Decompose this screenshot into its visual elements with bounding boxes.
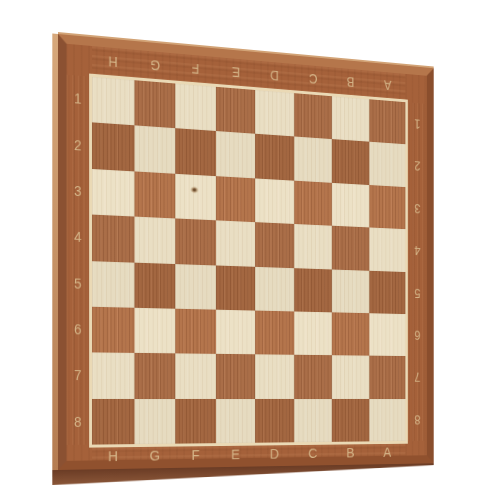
file-label-bottom-d: D bbox=[255, 445, 294, 462]
chess-board: HGFEDCBA HGFEDCBA 12345678 12345678 bbox=[58, 34, 434, 470]
rank-label-left-3: 3 bbox=[67, 167, 90, 214]
rank-label-right-3: 3 bbox=[408, 187, 427, 230]
file-label-top-b: B bbox=[332, 67, 369, 96]
square-h1 bbox=[92, 77, 134, 126]
square-a7 bbox=[369, 356, 405, 399]
square-c2 bbox=[294, 137, 332, 183]
file-label-top-c: C bbox=[294, 64, 332, 93]
square-e5 bbox=[216, 265, 256, 310]
square-f5 bbox=[175, 264, 215, 310]
square-b2 bbox=[332, 139, 369, 184]
file-label-top-a: A bbox=[369, 71, 405, 100]
square-a5 bbox=[369, 270, 405, 314]
square-h2 bbox=[92, 123, 134, 171]
file-label-top-h: H bbox=[92, 46, 134, 77]
wood-knot bbox=[191, 186, 199, 193]
rank-label-left-5: 5 bbox=[67, 260, 90, 307]
square-e7 bbox=[216, 354, 256, 399]
rank-label-right-6: 6 bbox=[408, 314, 427, 357]
file-label-bottom-c: C bbox=[294, 445, 332, 461]
playing-area bbox=[89, 74, 408, 448]
square-a1 bbox=[369, 99, 405, 144]
squares-grid bbox=[92, 77, 405, 445]
rank-label-left-7: 7 bbox=[67, 352, 90, 398]
square-g7 bbox=[134, 353, 175, 398]
square-c8 bbox=[294, 399, 332, 443]
square-f8 bbox=[175, 399, 215, 444]
square-h5 bbox=[92, 261, 134, 308]
file-label-bottom-g: G bbox=[134, 447, 175, 464]
rank-label-right-8: 8 bbox=[408, 399, 427, 441]
square-e4 bbox=[216, 220, 256, 266]
square-d5 bbox=[255, 266, 294, 311]
square-e8 bbox=[216, 399, 256, 444]
square-e2 bbox=[216, 131, 256, 178]
square-d1 bbox=[255, 90, 294, 137]
square-b8 bbox=[332, 399, 369, 442]
square-a6 bbox=[369, 313, 405, 356]
square-h6 bbox=[92, 307, 134, 353]
square-d3 bbox=[255, 178, 294, 224]
square-g1 bbox=[134, 80, 175, 128]
rank-label-right-2: 2 bbox=[408, 145, 427, 188]
square-h3 bbox=[92, 169, 134, 217]
square-g3 bbox=[134, 171, 175, 218]
square-h4 bbox=[92, 215, 134, 262]
file-label-bottom-f: F bbox=[175, 446, 215, 463]
square-c4 bbox=[294, 224, 332, 269]
file-label-top-d: D bbox=[255, 61, 294, 91]
rank-label-left-2: 2 bbox=[67, 121, 90, 169]
file-label-top-e: E bbox=[216, 57, 256, 87]
file-label-top-f: F bbox=[175, 53, 215, 83]
file-label-bottom-b: B bbox=[332, 444, 369, 460]
square-a4 bbox=[369, 228, 405, 272]
square-c7 bbox=[294, 355, 332, 399]
file-label-bottom-a: A bbox=[369, 444, 405, 460]
square-g2 bbox=[134, 126, 175, 174]
rank-label-left-4: 4 bbox=[67, 214, 90, 261]
square-c5 bbox=[294, 268, 332, 313]
square-b6 bbox=[332, 312, 369, 356]
square-g5 bbox=[134, 262, 175, 308]
square-g4 bbox=[134, 217, 175, 264]
rank-label-left-6: 6 bbox=[67, 306, 90, 353]
file-label-top-g: G bbox=[134, 50, 175, 81]
square-f1 bbox=[175, 84, 215, 132]
rank-label-left-8: 8 bbox=[67, 399, 90, 445]
square-c3 bbox=[294, 180, 332, 225]
square-d2 bbox=[255, 134, 294, 180]
rank-labels-right: 12345678 bbox=[408, 102, 427, 441]
square-h8 bbox=[92, 399, 134, 445]
product-photo: HGFEDCBA HGFEDCBA 12345678 12345678 bbox=[0, 0, 500, 500]
square-g6 bbox=[134, 308, 175, 354]
square-b3 bbox=[332, 183, 369, 228]
square-e1 bbox=[216, 87, 256, 134]
square-b7 bbox=[332, 355, 369, 398]
rank-label-left-1: 1 bbox=[67, 75, 90, 123]
square-a2 bbox=[369, 142, 405, 187]
square-b5 bbox=[332, 269, 369, 313]
square-a8 bbox=[369, 399, 405, 442]
square-f4 bbox=[175, 219, 215, 265]
square-b1 bbox=[332, 96, 369, 142]
square-c6 bbox=[294, 311, 332, 355]
square-a3 bbox=[369, 185, 405, 229]
square-c1 bbox=[294, 93, 332, 139]
square-e6 bbox=[216, 310, 256, 355]
file-label-bottom-h: H bbox=[92, 447, 134, 464]
rank-label-right-5: 5 bbox=[408, 272, 427, 315]
rank-labels-left: 12345678 bbox=[67, 75, 90, 445]
square-g8 bbox=[134, 399, 175, 444]
square-f3 bbox=[175, 174, 215, 221]
square-f2 bbox=[175, 129, 215, 176]
square-d4 bbox=[255, 222, 294, 267]
square-e3 bbox=[216, 176, 256, 222]
square-d7 bbox=[255, 355, 294, 399]
square-h7 bbox=[92, 353, 134, 399]
square-f7 bbox=[175, 354, 215, 399]
rank-label-right-4: 4 bbox=[408, 229, 427, 272]
file-label-bottom-e: E bbox=[216, 446, 256, 463]
square-f6 bbox=[175, 309, 215, 354]
rank-label-right-1: 1 bbox=[408, 102, 427, 146]
square-b4 bbox=[332, 226, 369, 270]
rank-label-right-7: 7 bbox=[408, 356, 427, 398]
square-d6 bbox=[255, 310, 294, 355]
square-d8 bbox=[255, 399, 294, 443]
